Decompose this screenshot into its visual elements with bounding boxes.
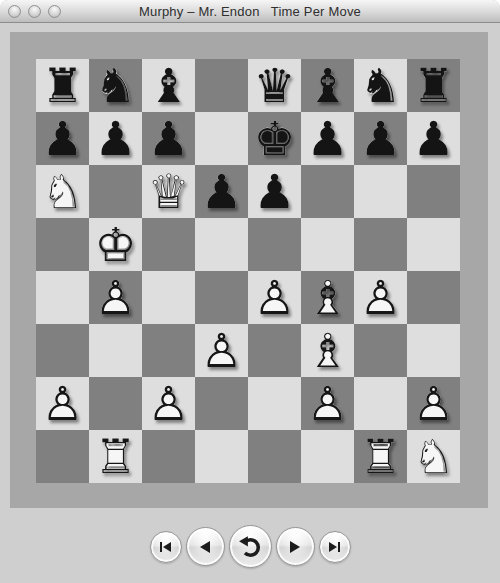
piece-white-pawn: ♟♙ bbox=[248, 271, 301, 324]
square-g6[interactable] bbox=[354, 165, 407, 218]
square-d1[interactable] bbox=[195, 430, 248, 483]
square-b8[interactable]: ♘♞ bbox=[89, 59, 142, 112]
close-button[interactable] bbox=[8, 5, 21, 18]
square-d7[interactable] bbox=[195, 112, 248, 165]
piece-black-bishop: ♗♝ bbox=[301, 59, 354, 112]
go-to-start-button[interactable] bbox=[150, 531, 182, 563]
square-d3[interactable]: ♟♙ bbox=[195, 324, 248, 377]
piece-white-pawn: ♟♙ bbox=[36, 377, 89, 430]
square-b2[interactable] bbox=[89, 377, 142, 430]
square-d8[interactable] bbox=[195, 59, 248, 112]
chess-board: ♖♜♘♞♗♝♕♛♗♝♘♞♖♜♙♟♙♟♙♟♔♚♙♟♙♟♙♟♞♘♛♕♙♟♙♟♚♔♟♙… bbox=[36, 59, 460, 483]
square-e7[interactable]: ♔♚ bbox=[248, 112, 301, 165]
square-a5[interactable] bbox=[36, 218, 89, 271]
square-g1[interactable]: ♜♖ bbox=[354, 430, 407, 483]
piece-white-pawn: ♟♙ bbox=[354, 271, 407, 324]
square-e2[interactable] bbox=[248, 377, 301, 430]
titlebar: Murphy – Mr. Endon Time Per Move bbox=[0, 0, 500, 23]
square-h4[interactable] bbox=[407, 271, 460, 324]
square-b7[interactable]: ♙♟ bbox=[89, 112, 142, 165]
square-f7[interactable]: ♙♟ bbox=[301, 112, 354, 165]
square-f1[interactable] bbox=[301, 430, 354, 483]
piece-black-rook: ♖♜ bbox=[36, 59, 89, 112]
square-e4[interactable]: ♟♙ bbox=[248, 271, 301, 324]
square-d2[interactable] bbox=[195, 377, 248, 430]
next-icon bbox=[290, 541, 300, 553]
square-h7[interactable]: ♙♟ bbox=[407, 112, 460, 165]
square-g3[interactable] bbox=[354, 324, 407, 377]
square-e3[interactable] bbox=[248, 324, 301, 377]
piece-white-bishop: ♝♗ bbox=[301, 324, 354, 377]
piece-black-pawn: ♙♟ bbox=[89, 112, 142, 165]
square-b4[interactable]: ♟♙ bbox=[89, 271, 142, 324]
piece-black-knight: ♘♞ bbox=[89, 59, 142, 112]
piece-white-pawn: ♟♙ bbox=[142, 377, 195, 430]
piece-black-pawn: ♙♟ bbox=[248, 165, 301, 218]
board-frame: ♖♜♘♞♗♝♕♛♗♝♘♞♖♜♙♟♙♟♙♟♔♚♙♟♙♟♙♟♞♘♛♕♙♟♙♟♚♔♟♙… bbox=[10, 32, 488, 508]
square-f8[interactable]: ♗♝ bbox=[301, 59, 354, 112]
square-h3[interactable] bbox=[407, 324, 460, 377]
square-c5[interactable] bbox=[142, 218, 195, 271]
square-d6[interactable]: ♙♟ bbox=[195, 165, 248, 218]
piece-black-queen: ♕♛ bbox=[248, 59, 301, 112]
square-c4[interactable] bbox=[142, 271, 195, 324]
piece-black-king: ♔♚ bbox=[248, 112, 301, 165]
piece-white-pawn: ♟♙ bbox=[195, 324, 248, 377]
piece-white-pawn: ♟♙ bbox=[301, 377, 354, 430]
square-b1[interactable]: ♜♖ bbox=[89, 430, 142, 483]
piece-black-pawn: ♙♟ bbox=[301, 112, 354, 165]
piece-black-pawn: ♙♟ bbox=[195, 165, 248, 218]
square-h5[interactable] bbox=[407, 218, 460, 271]
square-a8[interactable]: ♖♜ bbox=[36, 59, 89, 112]
square-e1[interactable] bbox=[248, 430, 301, 483]
square-h6[interactable] bbox=[407, 165, 460, 218]
take-back-button[interactable] bbox=[229, 525, 272, 568]
square-f3[interactable]: ♝♗ bbox=[301, 324, 354, 377]
window-title: Murphy – Mr. Endon Time Per Move bbox=[0, 4, 500, 19]
square-f6[interactable] bbox=[301, 165, 354, 218]
square-f2[interactable]: ♟♙ bbox=[301, 377, 354, 430]
piece-black-pawn: ♙♟ bbox=[36, 112, 89, 165]
square-a6[interactable]: ♞♘ bbox=[36, 165, 89, 218]
square-h8[interactable]: ♖♜ bbox=[407, 59, 460, 112]
zoom-button[interactable] bbox=[48, 5, 61, 18]
piece-black-pawn: ♙♟ bbox=[354, 112, 407, 165]
traffic-lights bbox=[8, 0, 61, 22]
square-f4[interactable]: ♝♗ bbox=[301, 271, 354, 324]
playback-controls bbox=[0, 525, 500, 568]
piece-black-pawn: ♙♟ bbox=[142, 112, 195, 165]
square-e6[interactable]: ♙♟ bbox=[248, 165, 301, 218]
piece-black-bishop: ♗♝ bbox=[142, 59, 195, 112]
previous-move-button[interactable] bbox=[186, 527, 225, 566]
next-move-button[interactable] bbox=[276, 527, 315, 566]
skip-to-start-icon bbox=[160, 542, 172, 552]
piece-white-pawn: ♟♙ bbox=[407, 377, 460, 430]
undo-arrow-icon bbox=[237, 533, 264, 560]
square-b3[interactable] bbox=[89, 324, 142, 377]
square-e5[interactable] bbox=[248, 218, 301, 271]
go-to-end-button[interactable] bbox=[319, 531, 351, 563]
square-g5[interactable] bbox=[354, 218, 407, 271]
piece-white-knight: ♞♘ bbox=[36, 165, 89, 218]
square-g2[interactable] bbox=[354, 377, 407, 430]
square-a1[interactable] bbox=[36, 430, 89, 483]
square-g8[interactable]: ♘♞ bbox=[354, 59, 407, 112]
piece-black-knight: ♘♞ bbox=[354, 59, 407, 112]
square-e8[interactable]: ♕♛ bbox=[248, 59, 301, 112]
square-g4[interactable]: ♟♙ bbox=[354, 271, 407, 324]
minimize-button[interactable] bbox=[28, 5, 41, 18]
square-c6[interactable]: ♛♕ bbox=[142, 165, 195, 218]
square-h2[interactable]: ♟♙ bbox=[407, 377, 460, 430]
square-c3[interactable] bbox=[142, 324, 195, 377]
piece-white-queen: ♛♕ bbox=[142, 165, 195, 218]
square-a4[interactable] bbox=[36, 271, 89, 324]
square-b6[interactable] bbox=[89, 165, 142, 218]
piece-black-rook: ♖♜ bbox=[407, 59, 460, 112]
square-a2[interactable]: ♟♙ bbox=[36, 377, 89, 430]
piece-white-rook: ♜♖ bbox=[354, 430, 407, 483]
square-a3[interactable] bbox=[36, 324, 89, 377]
square-d4[interactable] bbox=[195, 271, 248, 324]
square-f5[interactable] bbox=[301, 218, 354, 271]
square-h1[interactable]: ♞♘ bbox=[407, 430, 460, 483]
chess-app-window: Murphy – Mr. Endon Time Per Move ♖♜♘♞♗♝♕… bbox=[0, 0, 500, 583]
piece-white-king: ♚♔ bbox=[89, 218, 142, 271]
piece-white-bishop: ♝♗ bbox=[301, 271, 354, 324]
piece-white-rook: ♜♖ bbox=[89, 430, 142, 483]
previous-icon bbox=[200, 541, 210, 553]
square-g7[interactable]: ♙♟ bbox=[354, 112, 407, 165]
skip-to-end-icon bbox=[329, 542, 341, 552]
piece-white-pawn: ♟♙ bbox=[89, 271, 142, 324]
square-c8[interactable]: ♗♝ bbox=[142, 59, 195, 112]
square-a7[interactable]: ♙♟ bbox=[36, 112, 89, 165]
square-d5[interactable] bbox=[195, 218, 248, 271]
piece-white-knight: ♞♘ bbox=[407, 430, 460, 483]
square-c7[interactable]: ♙♟ bbox=[142, 112, 195, 165]
square-b5[interactable]: ♚♔ bbox=[89, 218, 142, 271]
square-c1[interactable] bbox=[142, 430, 195, 483]
square-c2[interactable]: ♟♙ bbox=[142, 377, 195, 430]
piece-black-pawn: ♙♟ bbox=[407, 112, 460, 165]
